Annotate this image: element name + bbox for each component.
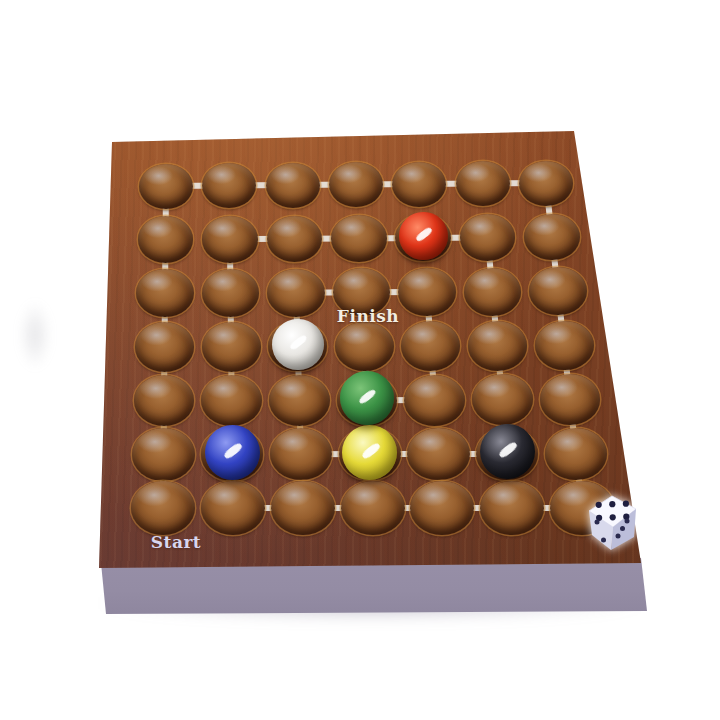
- marble-highlight: [415, 226, 433, 242]
- marble-highlight: [289, 334, 308, 351]
- red-marble: [399, 212, 448, 261]
- track-lines: [0, 0, 720, 720]
- blue-marble: [205, 425, 260, 480]
- marble-highlight: [361, 441, 381, 459]
- marble-highlight: [223, 441, 243, 459]
- start-label: Start: [151, 532, 201, 552]
- white-marble: [272, 319, 324, 371]
- die-showing-6: [585, 494, 643, 556]
- finish-label: Finish: [337, 306, 399, 326]
- yellow-marble: [342, 425, 397, 480]
- marble-highlight: [498, 441, 518, 459]
- photo-of-marble-race-board: Finish Start: [0, 0, 720, 720]
- green-marble: [340, 371, 393, 424]
- black-marble: [480, 424, 535, 479]
- marble-highlight: [358, 388, 378, 406]
